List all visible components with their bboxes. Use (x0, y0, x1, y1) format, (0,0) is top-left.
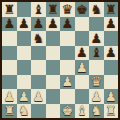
square-f4[interactable]: ♟ (75, 60, 90, 75)
square-d2[interactable] (46, 89, 61, 104)
white-pawn: ♟ (18, 89, 30, 102)
white-knight: ♞ (18, 104, 30, 117)
square-c7[interactable]: ♟ (31, 17, 46, 32)
white-pawn: ♟ (61, 75, 73, 88)
square-f1[interactable]: ♝ (75, 104, 90, 119)
black-rook: ♜ (47, 2, 59, 15)
square-h4[interactable] (104, 60, 119, 75)
square-e8[interactable]: ♛ (60, 2, 75, 17)
black-pawn: ♟ (61, 17, 73, 30)
black-knight: ♞ (90, 2, 102, 15)
square-b6[interactable] (17, 31, 32, 46)
square-e2[interactable] (60, 89, 75, 104)
square-d6[interactable] (46, 31, 61, 46)
square-b8[interactable] (17, 2, 32, 17)
white-king: ♚ (61, 104, 73, 117)
square-a3[interactable] (2, 75, 17, 90)
square-f7[interactable] (75, 17, 90, 32)
white-pawn: ♟ (3, 89, 15, 102)
square-c8[interactable]: ♝ (31, 2, 46, 17)
black-pawn: ♟ (105, 17, 117, 30)
white-pawn: ♟ (32, 89, 44, 102)
square-f3[interactable] (75, 75, 90, 90)
white-pawn: ♟ (76, 60, 88, 73)
square-e3[interactable]: ♟ (60, 75, 75, 90)
black-pawn: ♟ (18, 17, 30, 30)
square-g4[interactable] (89, 60, 104, 75)
square-f6[interactable] (75, 31, 90, 46)
square-g1[interactable]: ♞ (89, 104, 104, 119)
square-c1[interactable] (31, 104, 46, 119)
white-pawn: ♟ (90, 89, 102, 102)
square-h5[interactable]: ♟ (104, 46, 119, 61)
white-pawn: ♟ (105, 89, 117, 102)
square-e4[interactable] (60, 60, 75, 75)
square-a5[interactable] (2, 46, 17, 61)
square-h8[interactable]: ♜ (104, 2, 119, 17)
square-f5[interactable]: ♟ (75, 46, 90, 61)
square-d5[interactable] (46, 46, 61, 61)
black-bishop: ♝ (32, 2, 44, 15)
black-knight: ♞ (32, 31, 44, 44)
square-d3[interactable] (46, 75, 61, 90)
black-pawn: ♟ (47, 17, 59, 30)
square-g6[interactable]: ♟ (89, 31, 104, 46)
square-a7[interactable]: ♟ (2, 17, 17, 32)
square-d4[interactable] (46, 60, 61, 75)
square-e1[interactable]: ♚ (60, 104, 75, 119)
square-b2[interactable]: ♟ (17, 89, 32, 104)
square-g8[interactable]: ♞ (89, 2, 104, 17)
square-b1[interactable]: ♞ (17, 104, 32, 119)
square-c2[interactable]: ♟ (31, 89, 46, 104)
black-pawn: ♟ (105, 46, 117, 59)
square-f8[interactable]: ♚ (75, 2, 90, 17)
square-e6[interactable] (60, 31, 75, 46)
square-a8[interactable]: ♜ (2, 2, 17, 17)
chess-board: ♜♝♜♛♚♞♜♟♟♟♟♟♟♞♟♟♝♟♟♟♛♟♟♟♟♟♜♞♚♝♞♜ (0, 0, 120, 120)
black-queen: ♛ (61, 2, 73, 15)
square-c5[interactable] (31, 46, 46, 61)
square-d7[interactable]: ♟ (46, 17, 61, 32)
square-b5[interactable] (17, 46, 32, 61)
square-a6[interactable] (2, 31, 17, 46)
square-a4[interactable] (2, 60, 17, 75)
square-h1[interactable]: ♜ (104, 104, 119, 119)
square-b7[interactable]: ♟ (17, 17, 32, 32)
black-pawn: ♟ (32, 17, 44, 30)
white-rook: ♜ (3, 104, 15, 117)
square-g2[interactable]: ♟ (89, 89, 104, 104)
square-d1[interactable] (46, 104, 61, 119)
square-c4[interactable] (31, 60, 46, 75)
square-c3[interactable] (31, 75, 46, 90)
white-rook: ♜ (105, 104, 117, 117)
white-bishop: ♝ (76, 104, 88, 117)
square-b4[interactable] (17, 60, 32, 75)
square-h2[interactable]: ♟ (104, 89, 119, 104)
black-pawn: ♟ (76, 46, 88, 59)
square-h7[interactable]: ♟ (104, 17, 119, 32)
white-knight: ♞ (90, 104, 102, 117)
black-bishop: ♝ (90, 46, 102, 59)
white-queen: ♛ (90, 75, 102, 88)
square-b3[interactable] (17, 75, 32, 90)
square-a1[interactable]: ♜ (2, 104, 17, 119)
square-g5[interactable]: ♝ (89, 46, 104, 61)
square-c6[interactable]: ♞ (31, 31, 46, 46)
square-g3[interactable]: ♛ (89, 75, 104, 90)
black-rook: ♜ (105, 2, 117, 15)
square-d8[interactable]: ♜ (46, 2, 61, 17)
square-e7[interactable]: ♟ (60, 17, 75, 32)
square-h3[interactable] (104, 75, 119, 90)
square-e5[interactable] (60, 46, 75, 61)
square-g7[interactable] (89, 17, 104, 32)
square-h6[interactable] (104, 31, 119, 46)
square-f2[interactable] (75, 89, 90, 104)
black-king: ♚ (76, 2, 88, 15)
black-pawn: ♟ (3, 17, 15, 30)
black-rook: ♜ (3, 2, 15, 15)
black-pawn: ♟ (90, 31, 102, 44)
square-a2[interactable]: ♟ (2, 89, 17, 104)
